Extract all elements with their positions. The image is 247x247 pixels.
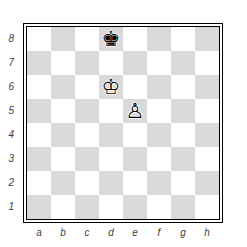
square-f5[interactable] xyxy=(147,99,171,123)
square-a2[interactable] xyxy=(27,171,51,195)
file-label-b: b xyxy=(51,226,75,240)
square-h1[interactable] xyxy=(195,195,219,219)
square-a7[interactable] xyxy=(27,51,51,75)
square-f4[interactable] xyxy=(147,123,171,147)
rank-label-2: 2 xyxy=(0,171,19,195)
square-g3[interactable] xyxy=(171,147,195,171)
square-c7[interactable] xyxy=(75,51,99,75)
square-c4[interactable] xyxy=(75,123,99,147)
square-f2[interactable] xyxy=(147,171,171,195)
rank-label-6: 6 xyxy=(0,75,19,99)
square-g2[interactable] xyxy=(171,171,195,195)
square-b2[interactable] xyxy=(51,171,75,195)
square-f7[interactable] xyxy=(147,51,171,75)
white-king[interactable]: ♔ xyxy=(102,75,121,99)
square-d1[interactable] xyxy=(99,195,123,219)
square-d8[interactable]: ♚ xyxy=(99,27,123,51)
rank-label-3: 3 xyxy=(0,147,19,171)
chess-board-border: ♚♔♙ xyxy=(23,23,223,223)
file-labels: abcdefgh xyxy=(27,226,219,240)
square-e3[interactable] xyxy=(123,147,147,171)
white-pawn[interactable]: ♙ xyxy=(126,99,145,123)
square-e1[interactable] xyxy=(123,195,147,219)
square-b1[interactable] xyxy=(51,195,75,219)
black-king[interactable]: ♚ xyxy=(102,27,121,51)
square-b5[interactable] xyxy=(51,99,75,123)
square-g8[interactable] xyxy=(171,27,195,51)
square-h8[interactable] xyxy=(195,27,219,51)
file-label-g: g xyxy=(171,226,195,240)
square-a3[interactable] xyxy=(27,147,51,171)
file-label-f: f xyxy=(147,226,171,240)
square-c3[interactable] xyxy=(75,147,99,171)
square-d7[interactable] xyxy=(99,51,123,75)
rank-labels: 87654321 xyxy=(0,27,19,219)
square-h7[interactable] xyxy=(195,51,219,75)
file-label-d: d xyxy=(99,226,123,240)
square-b8[interactable] xyxy=(51,27,75,51)
square-b3[interactable] xyxy=(51,147,75,171)
rank-label-7: 7 xyxy=(0,51,19,75)
square-h2[interactable] xyxy=(195,171,219,195)
square-a1[interactable] xyxy=(27,195,51,219)
square-c8[interactable] xyxy=(75,27,99,51)
square-d6[interactable]: ♔ xyxy=(99,75,123,99)
square-d2[interactable] xyxy=(99,171,123,195)
rank-label-4: 4 xyxy=(0,123,19,147)
square-b4[interactable] xyxy=(51,123,75,147)
square-f3[interactable] xyxy=(147,147,171,171)
square-g6[interactable] xyxy=(171,75,195,99)
chess-diagram: 87654321 ♚♔♙ abcdefgh xyxy=(0,0,247,247)
square-e5[interactable]: ♙ xyxy=(123,99,147,123)
square-b7[interactable] xyxy=(51,51,75,75)
square-f1[interactable] xyxy=(147,195,171,219)
square-h4[interactable] xyxy=(195,123,219,147)
square-g7[interactable] xyxy=(171,51,195,75)
square-f6[interactable] xyxy=(147,75,171,99)
rank-label-8: 8 xyxy=(0,27,19,51)
square-a6[interactable] xyxy=(27,75,51,99)
square-a5[interactable] xyxy=(27,99,51,123)
square-h5[interactable] xyxy=(195,99,219,123)
square-e2[interactable] xyxy=(123,171,147,195)
square-f8[interactable] xyxy=(147,27,171,51)
square-c5[interactable] xyxy=(75,99,99,123)
file-label-e: e xyxy=(123,226,147,240)
square-a4[interactable] xyxy=(27,123,51,147)
square-g5[interactable] xyxy=(171,99,195,123)
rank-label-1: 1 xyxy=(0,195,19,219)
chess-board: ♚♔♙ xyxy=(27,27,219,219)
chess-board-inner-border: ♚♔♙ xyxy=(26,26,220,220)
square-e6[interactable] xyxy=(123,75,147,99)
square-d5[interactable] xyxy=(99,99,123,123)
square-e7[interactable] xyxy=(123,51,147,75)
square-h6[interactable] xyxy=(195,75,219,99)
square-a8[interactable] xyxy=(27,27,51,51)
file-label-a: a xyxy=(27,226,51,240)
file-label-c: c xyxy=(75,226,99,240)
rank-label-5: 5 xyxy=(0,99,19,123)
square-c6[interactable] xyxy=(75,75,99,99)
square-c1[interactable] xyxy=(75,195,99,219)
square-g4[interactable] xyxy=(171,123,195,147)
square-c2[interactable] xyxy=(75,171,99,195)
square-g1[interactable] xyxy=(171,195,195,219)
square-e4[interactable] xyxy=(123,123,147,147)
square-h3[interactable] xyxy=(195,147,219,171)
square-d4[interactable] xyxy=(99,123,123,147)
file-label-h: h xyxy=(195,226,219,240)
square-b6[interactable] xyxy=(51,75,75,99)
square-d3[interactable] xyxy=(99,147,123,171)
square-e8[interactable] xyxy=(123,27,147,51)
